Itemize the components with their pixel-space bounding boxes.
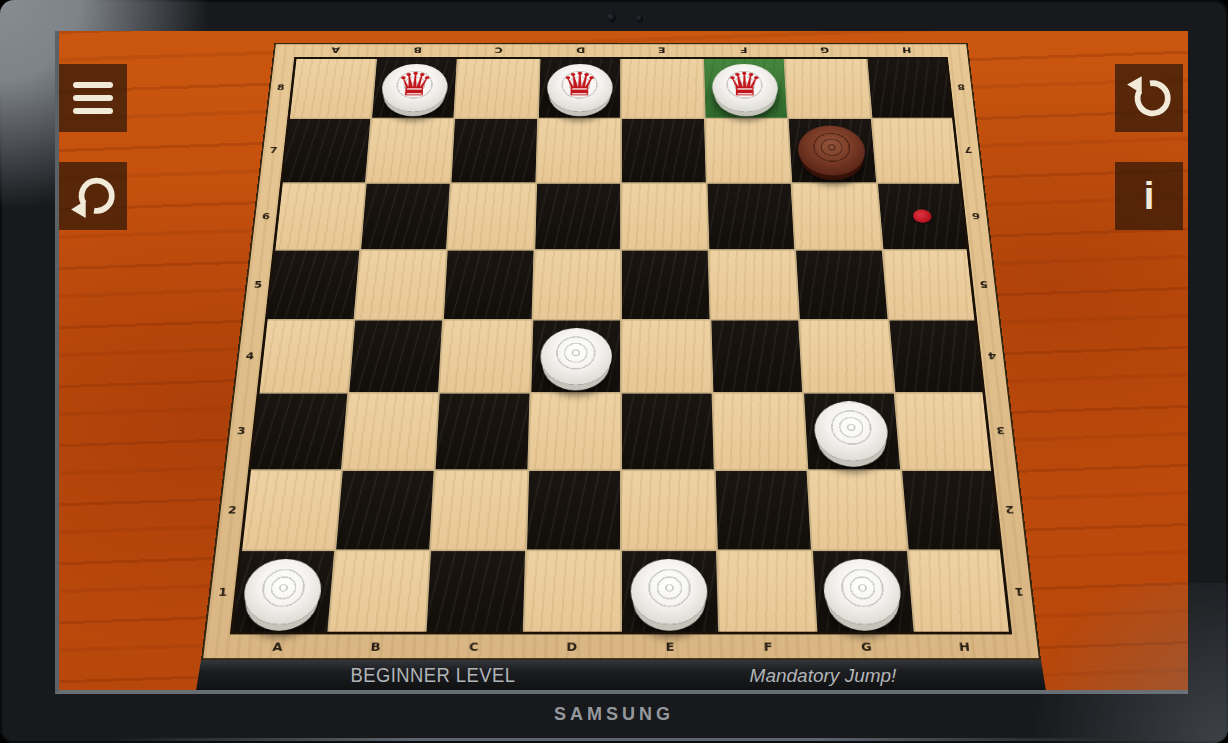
square-h1[interactable] <box>907 550 1012 634</box>
square-f2[interactable] <box>714 470 812 550</box>
square-d1[interactable] <box>523 550 621 634</box>
square-b4[interactable] <box>348 320 443 393</box>
frame-corner <box>203 634 230 658</box>
move-target-dot[interactable] <box>913 209 933 222</box>
square-h3[interactable] <box>894 393 994 470</box>
frame-corner <box>946 44 967 57</box>
frame-corner <box>1012 634 1039 658</box>
square-d4[interactable] <box>530 320 621 393</box>
board-scene: ABCDEFGH8♛♛♛877665544332211ABCDEFGH <box>201 31 1041 660</box>
square-e6[interactable] <box>621 183 708 250</box>
square-d6[interactable] <box>534 183 621 250</box>
square-f8[interactable]: ♛ <box>703 57 788 119</box>
square-g8[interactable] <box>784 57 871 119</box>
square-e1[interactable] <box>621 550 719 634</box>
file-label-top-g: G <box>784 44 866 57</box>
info-button[interactable]: i <box>1115 162 1183 230</box>
square-c4[interactable] <box>439 320 532 393</box>
file-label-top-b: B <box>376 44 458 57</box>
king-crown-icon: ♛ <box>711 60 778 108</box>
square-f1[interactable] <box>716 550 816 634</box>
undo-icon <box>1124 73 1174 123</box>
square-g7[interactable] <box>788 118 877 182</box>
square-a6[interactable] <box>273 183 366 250</box>
square-f5[interactable] <box>708 250 799 320</box>
white-man-a1[interactable] <box>241 559 324 625</box>
file-label-top-e: E <box>621 44 703 57</box>
square-d8[interactable]: ♛ <box>538 57 621 119</box>
square-e3[interactable] <box>621 393 714 470</box>
square-f7[interactable] <box>704 118 791 182</box>
square-a1[interactable] <box>230 550 335 634</box>
square-g2[interactable] <box>807 470 907 550</box>
board-frame: ABCDEFGH8♛♛♛877665544332211ABCDEFGH <box>201 43 1041 660</box>
frame-corner <box>274 44 295 57</box>
status-bar: BEGINNER LEVEL Mandatory Jump! <box>196 660 1046 691</box>
square-e8[interactable] <box>621 57 704 119</box>
square-a2[interactable] <box>239 470 341 550</box>
square-c7[interactable] <box>451 118 538 182</box>
square-b8[interactable]: ♛ <box>371 57 458 119</box>
file-label-bottom-g: G <box>817 634 917 658</box>
white-man-e1[interactable] <box>631 559 708 625</box>
square-g1[interactable] <box>812 550 914 634</box>
square-a5[interactable] <box>265 250 360 320</box>
square-b3[interactable] <box>341 393 438 470</box>
file-label-top-h: H <box>865 44 948 57</box>
info-icon: i <box>1144 177 1155 215</box>
square-h7[interactable] <box>871 118 962 182</box>
square-g3[interactable] <box>803 393 900 470</box>
file-label-bottom-d: D <box>523 634 621 658</box>
square-g6[interactable] <box>791 183 882 250</box>
menu-button[interactable] <box>59 64 127 132</box>
front-camera-dot <box>607 13 616 22</box>
square-h2[interactable] <box>901 470 1003 550</box>
file-label-bottom-e: E <box>621 634 719 658</box>
hamburger-icon <box>73 82 113 88</box>
tablet-device: ABCDEFGH8♛♛♛877665544332211ABCDEFGH BEGI… <box>0 0 1228 743</box>
white-king-d8[interactable]: ♛ <box>546 64 612 112</box>
square-h6[interactable] <box>877 183 970 250</box>
file-label-top-a: A <box>294 44 377 57</box>
square-c8[interactable] <box>454 57 539 119</box>
file-label-top-f: F <box>702 44 784 57</box>
tablet-bottom-edge <box>111 738 1118 741</box>
square-d7[interactable] <box>536 118 621 182</box>
square-c2[interactable] <box>430 470 528 550</box>
red-man-g7[interactable] <box>797 126 867 176</box>
restart-icon <box>68 171 118 221</box>
square-b6[interactable] <box>360 183 451 250</box>
square-a4[interactable] <box>257 320 354 393</box>
white-king-b8[interactable]: ♛ <box>380 64 449 112</box>
square-c3[interactable] <box>435 393 530 470</box>
square-d5[interactable] <box>532 250 621 320</box>
square-h5[interactable] <box>882 250 977 320</box>
square-b7[interactable] <box>365 118 454 182</box>
square-c6[interactable] <box>447 183 536 250</box>
restart-button[interactable] <box>59 162 127 230</box>
square-c1[interactable] <box>425 550 525 634</box>
file-label-top-c: C <box>458 44 540 57</box>
board-plane: ABCDEFGH8♛♛♛877665544332211ABCDEFGH <box>201 43 1041 660</box>
square-b5[interactable] <box>354 250 447 320</box>
king-crown-icon: ♛ <box>380 60 449 108</box>
square-e4[interactable] <box>621 320 712 393</box>
square-c5[interactable] <box>443 250 534 320</box>
square-g5[interactable] <box>795 250 888 320</box>
square-d3[interactable] <box>528 393 621 470</box>
light-sensor-dot <box>636 15 643 22</box>
app-screen: ABCDEFGH8♛♛♛877665544332211ABCDEFGH BEGI… <box>55 31 1188 694</box>
square-h8[interactable] <box>866 57 955 119</box>
square-g4[interactable] <box>799 320 894 393</box>
square-f4[interactable] <box>710 320 803 393</box>
mandatory-jump-label: Mandatory Jump! <box>713 660 933 691</box>
square-e5[interactable] <box>621 250 710 320</box>
undo-button[interactable] <box>1115 64 1183 132</box>
square-f3[interactable] <box>712 393 807 470</box>
square-d2[interactable] <box>526 470 621 550</box>
white-king-f8[interactable]: ♛ <box>711 64 778 112</box>
square-e7[interactable] <box>621 118 706 182</box>
file-label-bottom-a: A <box>227 634 327 658</box>
square-b2[interactable] <box>335 470 435 550</box>
file-label-bottom-c: C <box>424 634 523 658</box>
file-label-bottom-f: F <box>719 634 818 658</box>
square-h4[interactable] <box>888 320 985 393</box>
king-crown-icon: ♛ <box>547 60 613 108</box>
square-e2[interactable] <box>621 470 716 550</box>
white-man-g3[interactable] <box>813 401 890 461</box>
white-man-g1[interactable] <box>822 559 903 625</box>
file-label-bottom-h: H <box>914 634 1014 658</box>
square-b1[interactable] <box>328 550 430 634</box>
square-a7[interactable] <box>280 118 371 182</box>
samsung-logo: SAMSUNG <box>0 704 1228 725</box>
file-label-bottom-b: B <box>326 634 426 658</box>
white-man-d4[interactable] <box>540 328 612 385</box>
file-label-top-d: D <box>539 44 621 57</box>
square-a3[interactable] <box>248 393 348 470</box>
square-f6[interactable] <box>706 183 795 250</box>
square-a8[interactable] <box>287 57 376 119</box>
level-label: BEGINNER LEVEL <box>332 660 534 691</box>
